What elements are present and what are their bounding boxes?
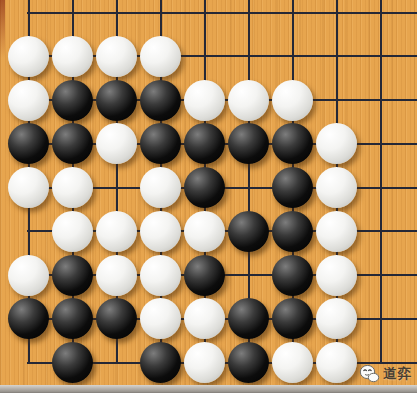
black-stone[interactable] [96,298,137,339]
black-stone[interactable] [272,298,313,339]
white-stone[interactable] [184,342,225,383]
white-stone[interactable] [184,80,225,121]
white-stone[interactable] [184,211,225,252]
white-stone[interactable] [272,342,313,383]
white-stone[interactable] [140,36,181,77]
white-stone[interactable] [272,80,313,121]
go-board[interactable] [0,0,417,385]
white-stone[interactable] [316,298,357,339]
white-stone[interactable] [140,255,181,296]
black-stone[interactable] [8,298,49,339]
black-stone[interactable] [184,123,225,164]
white-stone[interactable] [184,298,225,339]
white-stone[interactable] [96,36,137,77]
black-stone[interactable] [52,342,93,383]
grid-line-horizontal [27,12,417,14]
white-stone[interactable] [52,211,93,252]
white-stone[interactable] [8,167,49,208]
black-stone[interactable] [272,211,313,252]
black-stone[interactable] [228,342,269,383]
black-stone[interactable] [228,298,269,339]
white-stone[interactable] [8,80,49,121]
white-stone[interactable] [140,211,181,252]
white-stone[interactable] [228,80,269,121]
white-stone[interactable] [140,167,181,208]
black-stone[interactable] [96,80,137,121]
white-stone[interactable] [140,298,181,339]
black-stone[interactable] [184,255,225,296]
black-stone[interactable] [52,255,93,296]
black-stone[interactable] [140,123,181,164]
white-stone[interactable] [8,36,49,77]
white-stone[interactable] [316,167,357,208]
white-stone[interactable] [96,123,137,164]
black-stone[interactable] [272,255,313,296]
black-stone[interactable] [228,123,269,164]
black-stone[interactable] [140,342,181,383]
bottom-border-bar [0,385,417,393]
white-stone[interactable] [96,211,137,252]
left-edge-shadow [0,0,5,58]
white-stone[interactable] [316,255,357,296]
black-stone[interactable] [184,167,225,208]
black-stone[interactable] [272,167,313,208]
black-stone[interactable] [8,123,49,164]
black-stone[interactable] [140,80,181,121]
black-stone[interactable] [228,211,269,252]
black-stone[interactable] [52,80,93,121]
white-stone[interactable] [316,342,357,383]
black-stone[interactable] [272,123,313,164]
black-stone[interactable] [52,123,93,164]
white-stone[interactable] [96,255,137,296]
go-app-screenshot: 道弈 [0,0,417,393]
white-stone[interactable] [316,123,357,164]
white-stone[interactable] [8,255,49,296]
white-stone[interactable] [52,36,93,77]
white-stone[interactable] [316,211,357,252]
black-stone[interactable] [52,298,93,339]
white-stone[interactable] [52,167,93,208]
